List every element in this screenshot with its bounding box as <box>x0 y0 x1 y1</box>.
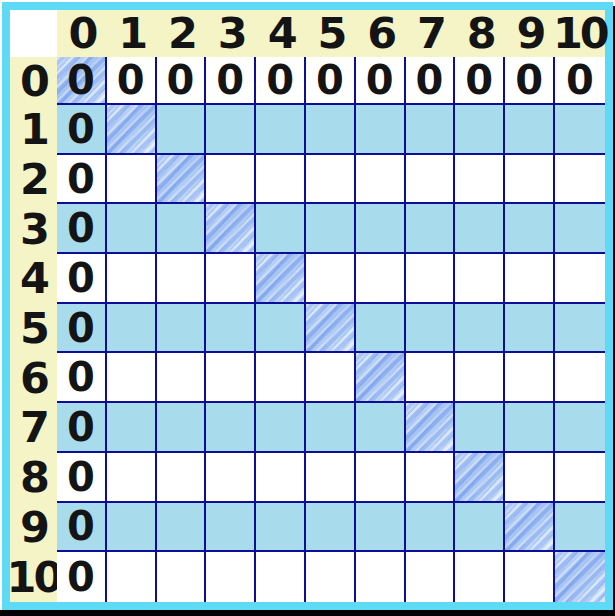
cell-2-4[interactable] <box>256 155 306 205</box>
row-header-8: 8 <box>10 453 57 503</box>
row-header-10: 10 <box>10 552 57 602</box>
cell-7-0[interactable]: 0 <box>57 403 107 453</box>
cell-8-10[interactable] <box>555 453 605 503</box>
times-table-grid: 0123456789100000000000001020304050607080… <box>10 10 605 602</box>
cell-3-0[interactable]: 0 <box>57 204 107 254</box>
cell-4-9[interactable] <box>505 254 555 304</box>
cell-0-2[interactable]: 0 <box>157 57 207 105</box>
cell-4-7[interactable] <box>406 254 456 304</box>
cell-4-4[interactable] <box>256 254 306 304</box>
cell-9-9[interactable] <box>505 503 555 553</box>
cell-8-9[interactable] <box>505 453 555 503</box>
cell-8-1[interactable] <box>107 453 157 503</box>
corner-cell <box>10 10 57 57</box>
col-header-3: 3 <box>206 10 256 57</box>
cell-5-9[interactable] <box>505 304 555 354</box>
cell-8-5[interactable] <box>306 453 356 503</box>
cell-4-0[interactable]: 0 <box>57 254 107 304</box>
cell-4-3[interactable] <box>206 254 256 304</box>
bottom-edge-strip <box>0 610 615 616</box>
cell-7-2[interactable] <box>157 403 207 453</box>
cell-5-5[interactable] <box>306 304 356 354</box>
row-header-5: 5 <box>10 304 57 354</box>
cell-6-0[interactable]: 0 <box>57 353 107 403</box>
cell-6-7[interactable] <box>406 353 456 403</box>
cell-0-9[interactable]: 0 <box>505 57 555 105</box>
cell-0-7[interactable]: 0 <box>406 57 456 105</box>
cell-6-1[interactable] <box>107 353 157 403</box>
cell-4-5[interactable] <box>306 254 356 304</box>
col-header-2: 2 <box>157 10 207 57</box>
cell-3-7[interactable] <box>406 204 456 254</box>
row-header-2: 2 <box>10 155 57 205</box>
cell-9-5[interactable] <box>306 503 356 553</box>
cell-1-0[interactable]: 0 <box>57 105 107 155</box>
row-header-0: 0 <box>10 57 57 105</box>
cell-9-3[interactable] <box>206 503 256 553</box>
cell-5-4[interactable] <box>256 304 306 354</box>
cell-0-0[interactable]: 0 <box>57 57 107 105</box>
cell-5-1[interactable] <box>107 304 157 354</box>
cell-0-8[interactable]: 0 <box>455 57 505 105</box>
cell-5-2[interactable] <box>157 304 207 354</box>
cell-9-1[interactable] <box>107 503 157 553</box>
cell-9-7[interactable] <box>406 503 456 553</box>
cell-1-9[interactable] <box>505 105 555 155</box>
row-header-7: 7 <box>10 403 57 453</box>
cell-2-2[interactable] <box>157 155 207 205</box>
cell-7-5[interactable] <box>306 403 356 453</box>
cell-6-4[interactable] <box>256 353 306 403</box>
cell-5-0[interactable]: 0 <box>57 304 107 354</box>
cell-4-2[interactable] <box>157 254 207 304</box>
cell-10-6[interactable] <box>356 552 406 602</box>
cell-3-10[interactable] <box>555 204 605 254</box>
row-header-9: 9 <box>10 503 57 553</box>
cell-4-1[interactable] <box>107 254 157 304</box>
row-header-6: 6 <box>10 353 57 403</box>
cell-3-9[interactable] <box>505 204 555 254</box>
cell-3-1[interactable] <box>107 204 157 254</box>
cell-2-6[interactable] <box>356 155 406 205</box>
row-header-3: 3 <box>10 204 57 254</box>
cell-5-10[interactable] <box>555 304 605 354</box>
cell-10-2[interactable] <box>157 552 207 602</box>
cell-1-8[interactable] <box>455 105 505 155</box>
col-header-7: 7 <box>406 10 456 57</box>
cell-4-6[interactable] <box>356 254 406 304</box>
cell-1-3[interactable] <box>206 105 256 155</box>
cell-10-4[interactable] <box>256 552 306 602</box>
cell-10-10[interactable] <box>555 552 605 602</box>
cell-5-7[interactable] <box>406 304 456 354</box>
cell-7-7[interactable] <box>406 403 456 453</box>
col-header-5: 5 <box>306 10 356 57</box>
cell-6-6[interactable] <box>356 353 406 403</box>
cell-1-7[interactable] <box>406 105 456 155</box>
cell-1-2[interactable] <box>157 105 207 155</box>
cell-2-10[interactable] <box>555 155 605 205</box>
cell-6-5[interactable] <box>306 353 356 403</box>
cell-9-4[interactable] <box>256 503 306 553</box>
cell-7-9[interactable] <box>505 403 555 453</box>
cell-7-1[interactable] <box>107 403 157 453</box>
cell-9-10[interactable] <box>555 503 605 553</box>
cell-0-4[interactable]: 0 <box>256 57 306 105</box>
cell-0-10[interactable]: 0 <box>555 57 605 105</box>
cell-9-6[interactable] <box>356 503 406 553</box>
cell-2-9[interactable] <box>505 155 555 205</box>
cell-2-8[interactable] <box>455 155 505 205</box>
cell-8-7[interactable] <box>406 453 456 503</box>
cell-2-0[interactable]: 0 <box>57 155 107 205</box>
cell-10-3[interactable] <box>206 552 256 602</box>
cell-0-6[interactable]: 0 <box>356 57 406 105</box>
cell-9-0[interactable]: 0 <box>57 503 107 553</box>
cell-3-2[interactable] <box>157 204 207 254</box>
cell-6-8[interactable] <box>455 353 505 403</box>
cell-6-9[interactable] <box>505 353 555 403</box>
cell-8-8[interactable] <box>455 453 505 503</box>
cell-7-4[interactable] <box>256 403 306 453</box>
cell-0-5[interactable]: 0 <box>306 57 356 105</box>
col-header-6: 6 <box>356 10 406 57</box>
cell-1-1[interactable] <box>107 105 157 155</box>
cell-7-8[interactable] <box>455 403 505 453</box>
cell-3-4[interactable] <box>256 204 306 254</box>
cell-8-0[interactable]: 0 <box>57 453 107 503</box>
cell-3-3[interactable] <box>206 204 256 254</box>
cell-2-1[interactable] <box>107 155 157 205</box>
cell-8-2[interactable] <box>157 453 207 503</box>
cell-3-8[interactable] <box>455 204 505 254</box>
page: 0123456789100000000000001020304050607080… <box>0 0 615 616</box>
cell-8-4[interactable] <box>256 453 306 503</box>
col-header-0: 0 <box>57 10 107 57</box>
cell-10-5[interactable] <box>306 552 356 602</box>
multiplication-table-board: 0123456789100000000000001020304050607080… <box>2 2 613 610</box>
cell-9-2[interactable] <box>157 503 207 553</box>
col-header-4: 4 <box>256 10 306 57</box>
cell-10-0[interactable]: 0 <box>57 552 107 602</box>
cell-4-10[interactable] <box>555 254 605 304</box>
cell-3-6[interactable] <box>356 204 406 254</box>
cell-8-3[interactable] <box>206 453 256 503</box>
cell-0-1[interactable]: 0 <box>107 57 157 105</box>
cell-2-7[interactable] <box>406 155 456 205</box>
cell-1-6[interactable] <box>356 105 406 155</box>
col-header-1: 1 <box>107 10 157 57</box>
cell-2-3[interactable] <box>206 155 256 205</box>
cell-5-6[interactable] <box>356 304 406 354</box>
cell-4-8[interactable] <box>455 254 505 304</box>
row-header-4: 4 <box>10 254 57 304</box>
cell-6-2[interactable] <box>157 353 207 403</box>
cell-8-6[interactable] <box>356 453 406 503</box>
cell-5-8[interactable] <box>455 304 505 354</box>
cell-3-5[interactable] <box>306 204 356 254</box>
cell-6-3[interactable] <box>206 353 256 403</box>
row-header-1: 1 <box>10 105 57 155</box>
cell-5-3[interactable] <box>206 304 256 354</box>
cell-1-4[interactable] <box>256 105 306 155</box>
cell-6-10[interactable] <box>555 353 605 403</box>
col-header-9: 9 <box>505 10 555 57</box>
col-header-8: 8 <box>455 10 505 57</box>
cell-7-6[interactable] <box>356 403 406 453</box>
cell-10-7[interactable] <box>406 552 456 602</box>
col-header-10: 10 <box>555 10 605 57</box>
cell-7-10[interactable] <box>555 403 605 453</box>
cell-1-10[interactable] <box>555 105 605 155</box>
cell-1-5[interactable] <box>306 105 356 155</box>
cell-7-3[interactable] <box>206 403 256 453</box>
cell-0-3[interactable]: 0 <box>206 57 256 105</box>
cell-10-9[interactable] <box>505 552 555 602</box>
cell-10-1[interactable] <box>107 552 157 602</box>
cell-9-8[interactable] <box>455 503 505 553</box>
cell-10-8[interactable] <box>455 552 505 602</box>
cell-2-5[interactable] <box>306 155 356 205</box>
